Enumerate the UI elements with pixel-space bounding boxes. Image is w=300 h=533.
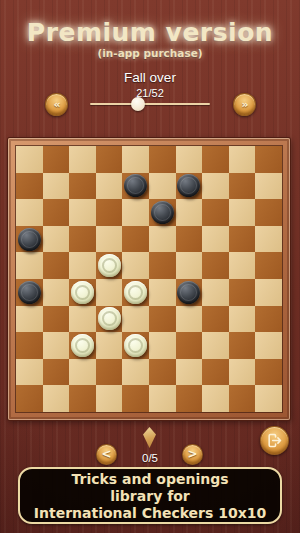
checkers-board-frame [8,138,290,420]
board-square[interactable] [149,306,176,333]
board-square[interactable] [43,173,70,200]
board-square[interactable] [122,146,149,173]
board-square[interactable] [43,252,70,279]
board-square[interactable] [16,199,43,226]
board-square[interactable] [149,146,176,173]
board-square[interactable] [149,332,176,359]
board-square[interactable] [149,226,176,253]
board-square[interactable] [43,332,70,359]
prev-trick-button[interactable]: « [45,93,68,116]
board-square[interactable] [255,332,282,359]
board-square[interactable] [96,385,123,412]
board-square[interactable] [122,199,149,226]
white-man[interactable] [98,307,121,330]
board-square[interactable] [43,226,70,253]
board-square[interactable] [202,226,229,253]
board-square[interactable] [176,306,203,333]
board-square[interactable] [69,385,96,412]
board-square[interactable] [69,359,96,386]
banner-line-2: library for [20,488,280,505]
board-square[interactable] [122,279,149,306]
black-man[interactable] [18,228,41,251]
trick-slider-knob[interactable] [131,97,145,111]
board-square[interactable] [16,146,43,173]
board-square[interactable] [96,146,123,173]
board-square[interactable] [69,226,96,253]
board-square[interactable] [122,252,149,279]
board-square[interactable] [43,306,70,333]
chevron-right-icon: > [187,447,197,461]
board-square[interactable] [202,385,229,412]
next-trick-button[interactable]: » [233,93,256,116]
board-square[interactable] [229,226,256,253]
black-man[interactable] [18,281,41,304]
trick-name: Fall over [0,70,300,85]
page-subtitle: (in-app purchase) [0,47,300,59]
board-square[interactable] [229,385,256,412]
board-square[interactable] [122,226,149,253]
exit-icon [266,432,283,449]
board-square[interactable] [229,146,256,173]
white-man[interactable] [71,334,94,357]
board-square[interactable] [96,279,123,306]
black-man[interactable] [177,174,200,197]
board-square[interactable] [69,306,96,333]
move-counter: 0/5 [0,452,300,464]
board-square[interactable] [202,199,229,226]
board-square[interactable] [69,252,96,279]
board-square[interactable] [69,199,96,226]
board-square[interactable] [16,279,43,306]
white-man[interactable] [124,281,147,304]
black-man[interactable] [151,201,174,224]
board-square[interactable] [202,173,229,200]
board-square[interactable] [69,146,96,173]
board-square[interactable] [69,279,96,306]
board-square[interactable] [43,385,70,412]
board-square[interactable] [149,385,176,412]
white-man[interactable] [71,281,94,304]
board-square[interactable] [176,199,203,226]
trick-slider[interactable] [90,103,210,105]
board-square[interactable] [176,385,203,412]
double-chevron-left-icon: « [53,98,59,111]
next-move-button[interactable]: > [182,444,203,465]
board-square[interactable] [202,252,229,279]
board-square[interactable] [122,306,149,333]
board-square[interactable] [16,226,43,253]
board-square[interactable] [176,332,203,359]
app-screen: Premium version (in-app purchase) Fall o… [0,0,300,533]
board-square[interactable] [122,332,149,359]
board-square[interactable] [16,385,43,412]
board-square[interactable] [149,252,176,279]
banner-line-1: Tricks and openings [20,471,280,488]
board-square[interactable] [255,279,282,306]
board-square[interactable] [149,279,176,306]
board-square[interactable] [229,252,256,279]
board-square[interactable] [229,279,256,306]
board-square[interactable] [176,146,203,173]
board-square[interactable] [149,359,176,386]
board-square[interactable] [202,359,229,386]
checkers-board[interactable] [16,146,282,412]
board-square[interactable] [149,199,176,226]
board-square[interactable] [229,199,256,226]
banner: Tricks and openings library for Internat… [18,467,282,524]
board-square[interactable] [43,279,70,306]
board-square[interactable] [255,359,282,386]
board-square[interactable] [69,173,96,200]
board-square[interactable] [202,279,229,306]
white-man[interactable] [98,254,121,277]
board-square[interactable] [96,199,123,226]
black-man[interactable] [177,281,200,304]
board-square[interactable] [43,199,70,226]
black-man[interactable] [124,174,147,197]
board-square[interactable] [96,226,123,253]
board-square[interactable] [229,173,256,200]
board-square[interactable] [255,306,282,333]
board-square[interactable] [202,332,229,359]
position-indicator-diamond [143,427,156,448]
board-square[interactable] [43,146,70,173]
board-square[interactable] [16,359,43,386]
board-square[interactable] [229,306,256,333]
board-square[interactable] [176,252,203,279]
white-man[interactable] [124,334,147,357]
board-square[interactable] [69,332,96,359]
trick-counter: 21/52 [0,87,300,99]
board-square[interactable] [255,199,282,226]
board-square[interactable] [16,332,43,359]
board-square[interactable] [229,332,256,359]
board-square[interactable] [255,385,282,412]
board-square[interactable] [255,146,282,173]
board-square[interactable] [96,252,123,279]
board-square[interactable] [122,359,149,386]
double-chevron-right-icon: » [241,98,247,111]
banner-line-3: International Checkers 10x10 [20,505,280,522]
board-square[interactable] [122,173,149,200]
board-square[interactable] [176,226,203,253]
board-square[interactable] [255,173,282,200]
board-square[interactable] [176,279,203,306]
board-square[interactable] [96,359,123,386]
board-square[interactable] [176,359,203,386]
exit-button[interactable] [260,426,289,455]
board-square[interactable] [16,173,43,200]
board-square[interactable] [16,306,43,333]
board-square[interactable] [202,146,229,173]
board-square[interactable] [96,306,123,333]
board-square[interactable] [96,332,123,359]
board-square[interactable] [122,385,149,412]
board-square[interactable] [229,359,256,386]
page-title: Premium version [0,18,300,47]
board-square[interactable] [202,306,229,333]
board-square[interactable] [16,252,43,279]
board-square[interactable] [255,252,282,279]
board-square[interactable] [255,226,282,253]
board-square[interactable] [96,173,123,200]
board-square[interactable] [149,173,176,200]
board-square[interactable] [176,173,203,200]
board-square[interactable] [43,359,70,386]
